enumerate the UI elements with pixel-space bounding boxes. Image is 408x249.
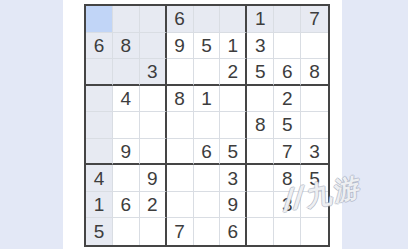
cell-r7c4[interactable] (167, 165, 194, 192)
cell-r6c3[interactable] (140, 139, 167, 166)
cell-r2c3[interactable] (140, 33, 167, 60)
cell-r8c9[interactable] (301, 192, 328, 219)
cell-r8c7[interactable] (247, 192, 274, 219)
cell-r3c3[interactable]: 3 (140, 59, 167, 86)
cell-r9c8[interactable] (274, 218, 301, 245)
cell-r6c8[interactable]: 7 (274, 139, 301, 166)
cell-r5c7[interactable]: 8 (247, 112, 274, 139)
cell-r4c3[interactable] (140, 86, 167, 113)
cell-r3c4[interactable] (167, 59, 194, 86)
cell-r1c7[interactable]: 1 (247, 6, 274, 33)
cell-r6c2[interactable]: 9 (113, 139, 140, 166)
cell-r6c5[interactable]: 6 (194, 139, 221, 166)
cell-r4c6[interactable] (220, 86, 247, 113)
cell-r8c1[interactable]: 1 (86, 192, 113, 219)
cell-r9c1[interactable]: 5 (86, 218, 113, 245)
cell-r8c5[interactable] (194, 192, 221, 219)
sudoku-board: 61768951332568481285965734938516293576 (84, 4, 330, 247)
cell-r3c2[interactable] (113, 59, 140, 86)
cell-r6c4[interactable] (167, 139, 194, 166)
cell-r5c4[interactable] (167, 112, 194, 139)
cell-r3c1[interactable] (86, 59, 113, 86)
cell-r7c3[interactable]: 9 (140, 165, 167, 192)
cell-r1c3[interactable] (140, 6, 167, 33)
cell-r7c7[interactable] (247, 165, 274, 192)
cell-r5c5[interactable] (194, 112, 221, 139)
cell-r5c8[interactable]: 5 (274, 112, 301, 139)
cell-r3c8[interactable]: 6 (274, 59, 301, 86)
cell-r4c7[interactable] (247, 86, 274, 113)
cell-r4c2[interactable]: 4 (113, 86, 140, 113)
cell-r5c1[interactable] (86, 112, 113, 139)
cell-r5c2[interactable] (113, 112, 140, 139)
cell-r5c9[interactable] (301, 112, 328, 139)
cell-r2c2[interactable]: 8 (113, 33, 140, 60)
cell-r1c2[interactable] (113, 6, 140, 33)
cell-r6c7[interactable] (247, 139, 274, 166)
cell-r2c4[interactable]: 9 (167, 33, 194, 60)
cell-r9c2[interactable] (113, 218, 140, 245)
cell-r6c6[interactable]: 5 (220, 139, 247, 166)
cell-r2c8[interactable] (274, 33, 301, 60)
cell-r8c2[interactable]: 6 (113, 192, 140, 219)
cell-r2c5[interactable]: 5 (194, 33, 221, 60)
cell-r3c5[interactable] (194, 59, 221, 86)
cell-r2c6[interactable]: 1 (220, 33, 247, 60)
left-margin-strip (0, 0, 63, 249)
cell-r8c6[interactable]: 9 (220, 192, 247, 219)
cell-r7c2[interactable] (113, 165, 140, 192)
cell-r8c8[interactable]: 3 (274, 192, 301, 219)
cell-r2c9[interactable] (301, 33, 328, 60)
cell-r1c6[interactable] (220, 6, 247, 33)
cell-r5c6[interactable] (220, 112, 247, 139)
cell-r3c6[interactable]: 2 (220, 59, 247, 86)
cell-r9c3[interactable] (140, 218, 167, 245)
cell-r4c4[interactable]: 8 (167, 86, 194, 113)
cell-r4c5[interactable]: 1 (194, 86, 221, 113)
cell-r3c9[interactable]: 8 (301, 59, 328, 86)
cell-r9c6[interactable]: 6 (220, 218, 247, 245)
cell-r6c9[interactable]: 3 (301, 139, 328, 166)
cell-r8c3[interactable]: 2 (140, 192, 167, 219)
cell-r9c5[interactable] (194, 218, 221, 245)
cell-r4c9[interactable] (301, 86, 328, 113)
cell-r1c5[interactable] (194, 6, 221, 33)
cell-r1c1[interactable] (86, 6, 113, 33)
cell-r7c6[interactable]: 3 (220, 165, 247, 192)
cell-r8c4[interactable] (167, 192, 194, 219)
cell-r7c5[interactable] (194, 165, 221, 192)
cell-r2c1[interactable]: 6 (86, 33, 113, 60)
cell-r3c7[interactable]: 5 (247, 59, 274, 86)
cell-r1c8[interactable] (274, 6, 301, 33)
cell-r9c9[interactable] (301, 218, 328, 245)
cell-r4c8[interactable]: 2 (274, 86, 301, 113)
cell-r4c1[interactable] (86, 86, 113, 113)
cell-r1c9[interactable]: 7 (301, 6, 328, 33)
cell-r9c4[interactable]: 7 (167, 218, 194, 245)
right-margin-strip (342, 0, 408, 249)
cell-r7c8[interactable]: 8 (274, 165, 301, 192)
cell-r1c4[interactable]: 6 (167, 6, 194, 33)
cell-r6c1[interactable] (86, 139, 113, 166)
cell-r2c7[interactable]: 3 (247, 33, 274, 60)
cell-r5c3[interactable] (140, 112, 167, 139)
cell-r7c1[interactable]: 4 (86, 165, 113, 192)
cell-r9c7[interactable] (247, 218, 274, 245)
cell-r7c9[interactable]: 5 (301, 165, 328, 192)
